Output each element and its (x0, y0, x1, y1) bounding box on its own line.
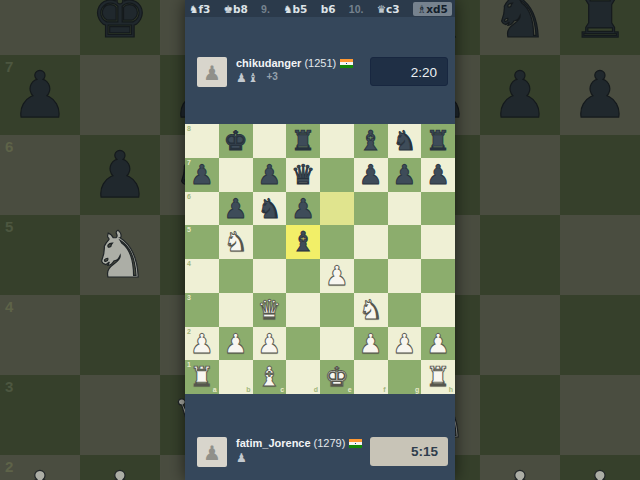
square-d6[interactable]: ♟ (286, 192, 320, 226)
black-bishop-piece[interactable]: ♝ (354, 124, 388, 158)
black-knight-piece[interactable]: ♞ (388, 124, 422, 158)
white-king-piece[interactable]: ♚ (320, 360, 354, 394)
white-rook-piece[interactable]: ♜ (185, 360, 219, 394)
square-e1[interactable]: e♚ (320, 360, 354, 394)
captured-piece-icons: ♟♝ (236, 67, 260, 86)
india-flag-icon (349, 439, 362, 448)
india-flag-icon (340, 59, 353, 68)
square-h2[interactable]: ♟ (421, 327, 455, 361)
square-e2[interactable] (320, 327, 354, 361)
rank-label: 6 (187, 193, 191, 200)
top-player-clock: 2:20 (370, 57, 448, 86)
square-g6[interactable] (388, 192, 422, 226)
black-pawn-piece[interactable]: ♟ (354, 158, 388, 192)
square-d7[interactable]: ♛ (286, 158, 320, 192)
square-h6[interactable] (421, 192, 455, 226)
square-b6[interactable]: ♟ (219, 192, 253, 226)
square-a3[interactable]: 3 (185, 293, 219, 327)
square-h8[interactable]: ♜ (421, 124, 455, 158)
black-rook-piece[interactable]: ♜ (421, 124, 455, 158)
square-g3[interactable] (388, 293, 422, 327)
chess-app-window: ♞f3♚b89.♞b5b610.♛c3♗xd5 ♟ chikudanger (1… (185, 0, 455, 480)
file-label: g (415, 386, 419, 393)
material-advantage: +3 (267, 71, 278, 82)
square-d8[interactable]: ♜ (286, 124, 320, 158)
square-g8[interactable]: ♞ (388, 124, 422, 158)
white-knight-piece[interactable]: ♞ (219, 225, 253, 259)
captured-piece-icons: ♟ (236, 447, 248, 466)
black-bishop-piece[interactable]: ♝ (286, 225, 320, 259)
chess-board: 8♚♜♝♞♜7♟♟♛♟♟♟6♟♞♟5♞♝4♟3♛♞2♟♟♟♟♟♟1a♜bc♝de… (185, 124, 455, 394)
square-c5[interactable] (253, 225, 287, 259)
square-g5[interactable] (388, 225, 422, 259)
white-bishop-piece[interactable]: ♝ (253, 360, 287, 394)
square-c3[interactable]: ♛ (253, 293, 287, 327)
square-d5[interactable]: ♝ (286, 225, 320, 259)
captured-bishop-icon: ♝ (248, 71, 259, 85)
black-pawn-piece[interactable]: ♟ (185, 158, 219, 192)
square-a2[interactable]: 2♟ (185, 327, 219, 361)
square-h4[interactable] (421, 259, 455, 293)
square-a6[interactable]: 6 (185, 192, 219, 226)
black-pawn-piece[interactable]: ♟ (253, 158, 287, 192)
square-b8[interactable]: ♚ (219, 124, 253, 158)
square-c2[interactable]: ♟ (253, 327, 287, 361)
black-knight-piece[interactable]: ♞ (253, 192, 287, 226)
bottom-player-avatar[interactable]: ♟ (197, 437, 227, 467)
move-number: 10. (349, 3, 364, 15)
file-label: f (383, 386, 385, 393)
square-e7[interactable] (320, 158, 354, 192)
white-pawn-piece[interactable]: ♟ (185, 327, 219, 361)
file-label: d (314, 386, 318, 393)
square-d3[interactable] (286, 293, 320, 327)
top-player-avatar[interactable]: ♟ (197, 57, 227, 87)
top-player-info: chikudanger (1251) ♟♝ +3 (236, 57, 353, 83)
square-b7[interactable] (219, 158, 253, 192)
captured-pawn-icon: ♟ (236, 451, 247, 465)
move-item[interactable]: ♞b5 (283, 3, 307, 15)
file-label: b (246, 386, 250, 393)
square-g2[interactable]: ♟ (388, 327, 422, 361)
white-pawn-piece[interactable]: ♟ (219, 327, 253, 361)
square-b4[interactable] (219, 259, 253, 293)
square-f7[interactable]: ♟ (354, 158, 388, 192)
square-e6[interactable] (320, 192, 354, 226)
top-player-row[interactable]: ♟ chikudanger (1251) ♟♝ +3 2:20 (197, 57, 448, 87)
square-h5[interactable] (421, 225, 455, 259)
square-g1[interactable]: g (388, 360, 422, 394)
square-c8[interactable] (253, 124, 287, 158)
current-move-chip[interactable]: ♗xd5 (413, 2, 452, 16)
white-knight-piece[interactable]: ♞ (354, 293, 388, 327)
rank-label: 4 (187, 260, 191, 267)
black-pawn-piece[interactable]: ♟ (286, 192, 320, 226)
square-g4[interactable] (388, 259, 422, 293)
move-item[interactable]: ♛c3 (377, 3, 400, 15)
white-pawn-piece[interactable]: ♟ (421, 327, 455, 361)
bottom-captured-pieces: ♟ (236, 450, 362, 463)
bottom-player-clock: 5:15 (370, 437, 448, 466)
square-a1[interactable]: 1a♜ (185, 360, 219, 394)
square-a5[interactable]: 5 (185, 225, 219, 259)
square-f4[interactable] (354, 259, 388, 293)
top-player-section: ♟ chikudanger (1251) ♟♝ +3 2:20 (185, 17, 455, 124)
square-d4[interactable] (286, 259, 320, 293)
bottom-player-section: ♟ fatim_Jorence (1279) ♟ 5:15 (185, 394, 455, 480)
square-e5[interactable] (320, 225, 354, 259)
square-c1[interactable]: c♝ (253, 360, 287, 394)
top-captured-pieces: ♟♝ +3 (236, 70, 353, 83)
move-list-bar: ♞f3♚b89.♞b5b610.♛c3♗xd5 (185, 0, 455, 17)
square-h1[interactable]: h♜ (421, 360, 455, 394)
square-f3[interactable]: ♞ (354, 293, 388, 327)
square-e3[interactable] (320, 293, 354, 327)
square-e8[interactable] (320, 124, 354, 158)
square-d1[interactable]: d (286, 360, 320, 394)
captured-pawn-icon: ♟ (236, 71, 247, 85)
square-f5[interactable] (354, 225, 388, 259)
bottom-player-info: fatim_Jorence (1279) ♟ (236, 437, 362, 463)
move-number: 9. (261, 3, 270, 15)
rank-label: 5 (187, 226, 191, 233)
square-c4[interactable] (253, 259, 287, 293)
square-d2[interactable] (286, 327, 320, 361)
white-pawn-piece[interactable]: ♟ (320, 259, 354, 293)
square-f1[interactable]: f (354, 360, 388, 394)
square-c6[interactable]: ♞ (253, 192, 287, 226)
rank-label: 3 (187, 294, 191, 301)
black-pawn-piece[interactable]: ♟ (421, 158, 455, 192)
screen: 8♚♜♝♞♜7♟♟♛♟♟♟6♟♞♟5♞♝4♟3♛♞2♟♟♟♟♟♟1♜♝♚♜ ♞f… (0, 0, 640, 480)
move-item[interactable]: b6 (321, 3, 336, 15)
square-h7[interactable]: ♟ (421, 158, 455, 192)
black-king-piece[interactable]: ♚ (219, 124, 253, 158)
square-b2[interactable]: ♟ (219, 327, 253, 361)
white-queen-piece[interactable]: ♛ (253, 293, 287, 327)
bottom-player-row[interactable]: ♟ fatim_Jorence (1279) ♟ 5:15 (197, 437, 448, 467)
black-pawn-piece[interactable]: ♟ (388, 158, 422, 192)
white-pawn-piece[interactable]: ♟ (354, 327, 388, 361)
square-g7[interactable]: ♟ (388, 158, 422, 192)
square-f8[interactable]: ♝ (354, 124, 388, 158)
square-f2[interactable]: ♟ (354, 327, 388, 361)
move-item[interactable]: ♚b8 (224, 3, 248, 15)
black-queen-piece[interactable]: ♛ (286, 158, 320, 192)
move-item[interactable]: ♞f3 (189, 3, 210, 15)
square-f6[interactable] (354, 192, 388, 226)
square-a8[interactable]: 8 (185, 124, 219, 158)
rank-label: 8 (187, 125, 191, 132)
top-player-rating: (1251) (304, 57, 336, 69)
square-a7[interactable]: 7♟ (185, 158, 219, 192)
white-pawn-piece[interactable]: ♟ (253, 327, 287, 361)
square-h3[interactable] (421, 293, 455, 327)
square-b5[interactable]: ♞ (219, 225, 253, 259)
white-pawn-piece[interactable]: ♟ (388, 327, 422, 361)
square-a4[interactable]: 4 (185, 259, 219, 293)
square-e4[interactable]: ♟ (320, 259, 354, 293)
square-b3[interactable] (219, 293, 253, 327)
black-rook-piece[interactable]: ♜ (286, 124, 320, 158)
black-pawn-piece[interactable]: ♟ (219, 192, 253, 226)
square-c7[interactable]: ♟ (253, 158, 287, 192)
white-rook-piece[interactable]: ♜ (421, 360, 455, 394)
bottom-player-rating: (1279) (314, 437, 346, 449)
square-b1[interactable]: b (219, 360, 253, 394)
